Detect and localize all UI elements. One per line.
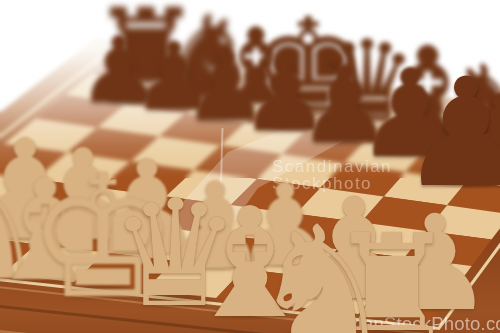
piece-white-knight-b1[interactable]: ♞ — [250, 205, 393, 333]
pieces-layer: ♜♞♝♚♛♝♞♟♟♟♟♟♟♟♟♞♝♟♟♚♟♛♟♝♟♟♞♜♟ — [0, 0, 500, 333]
chess-board-photo: ♜♞♝♚♛♝♞♟♟♟♟♟♟♟♟♞♝♟♟♚♟♛♟♝♟♟♞♜♟ Scandinavi… — [0, 0, 500, 333]
